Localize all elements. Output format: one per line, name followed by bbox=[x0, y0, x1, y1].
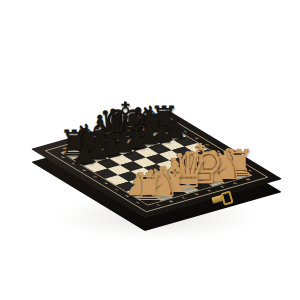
chess-set-photo: AHBGCFDEEDFCGBHA8877665544332211 ♜♞♝♛♚♝♞… bbox=[0, 0, 300, 300]
